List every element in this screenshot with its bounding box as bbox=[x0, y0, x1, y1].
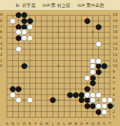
row-label-left-16: 16 bbox=[0, 30, 2, 34]
row-label-right-2: 2 bbox=[113, 110, 115, 114]
stone-white-E17[interactable]: ● bbox=[27, 24, 33, 30]
col-label-P: P bbox=[86, 122, 88, 126]
col-label-N: N bbox=[74, 122, 77, 126]
result-label: 白P 黑中盘胜 bbox=[77, 3, 104, 8]
row-label-right-11: 11 bbox=[113, 59, 118, 63]
stone-white-P8[interactable]: ● bbox=[84, 75, 90, 81]
row-label-right-4: 4 bbox=[113, 98, 115, 102]
col-label-K: K bbox=[57, 122, 60, 126]
stone-white-E4[interactable]: ● bbox=[27, 97, 33, 103]
row-label-right-5: 5 bbox=[113, 93, 115, 97]
stone-white-B18[interactable]: ● bbox=[10, 18, 16, 24]
stone-black-C6[interactable]: ● bbox=[15, 86, 21, 92]
stone-black-D10[interactable]: ● bbox=[21, 63, 27, 69]
col-label-G: G bbox=[40, 122, 43, 126]
stone-white-R14[interactable]: ● bbox=[96, 41, 102, 47]
stone-white-Q9[interactable]: ● bbox=[90, 69, 96, 75]
col-label-A: A bbox=[6, 122, 9, 126]
game-title-label: 白P·黑 对之星 bbox=[42, 3, 70, 8]
row-label-left-13: 13 bbox=[0, 47, 2, 51]
stone-white-C4[interactable]: ● bbox=[15, 97, 21, 103]
col-label-B: B bbox=[11, 122, 14, 126]
row-label-left-12: 12 bbox=[0, 53, 2, 57]
row-label-right-13: 13 bbox=[113, 47, 118, 51]
black-player-label: B: 棋手英 bbox=[16, 3, 36, 8]
row-label-left-14: 14 bbox=[0, 42, 2, 46]
stone-white-S2[interactable]: ● bbox=[101, 109, 107, 115]
row-label-right-7: 7 bbox=[113, 81, 115, 85]
row-label-right-16: 16 bbox=[113, 30, 118, 34]
go-board[interactable]: ●●●●●●●●●●●●●●●●●●●●●●●●●●●●●●●●●●●●●●●●… bbox=[0, 0, 120, 126]
col-label-M: M bbox=[68, 122, 71, 126]
stone-white-C13[interactable]: ● bbox=[15, 46, 21, 52]
col-label-T: T bbox=[109, 122, 111, 126]
col-label-S: S bbox=[103, 122, 105, 126]
row-label-left-10: 10 bbox=[0, 64, 2, 68]
stone-white-E15[interactable]: ● bbox=[27, 35, 33, 41]
row-label-right-12: 12 bbox=[113, 53, 118, 57]
game-info-bar: B: 棋手英 白P·黑 对之星 白P 黑中盘胜 bbox=[0, 0, 120, 11]
col-label-H: H bbox=[46, 122, 49, 126]
col-label-Q: Q bbox=[91, 122, 94, 126]
row-label-left-11: 11 bbox=[0, 59, 2, 63]
col-label-E: E bbox=[29, 122, 31, 126]
row-label-right-15: 15 bbox=[113, 36, 118, 40]
row-label-left-15: 15 bbox=[0, 36, 2, 40]
stone-black-R9[interactable]: ● bbox=[96, 69, 102, 75]
go-app-window: ●●●●●●●●●●●●●●●●●●●●●●●●●●●●●●●●●●●●●●●●… bbox=[0, 0, 120, 126]
row-label-right-14: 14 bbox=[113, 42, 118, 46]
row-label-right-9: 9 bbox=[113, 70, 115, 74]
col-label-F: F bbox=[35, 122, 37, 126]
row-label-right-18: 18 bbox=[113, 19, 118, 23]
col-label-J: J bbox=[52, 122, 53, 126]
stone-black-S10[interactable]: ● bbox=[101, 63, 107, 69]
row-label-right-10: 10 bbox=[113, 64, 118, 68]
stone-black-P18[interactable]: ● bbox=[84, 18, 90, 24]
row-label-right-3: 3 bbox=[113, 104, 115, 108]
row-label-right-17: 17 bbox=[113, 25, 118, 29]
col-label-O: O bbox=[80, 122, 83, 126]
col-label-R: R bbox=[97, 122, 100, 126]
row-label-left-17: 17 bbox=[0, 25, 2, 29]
col-label-C: C bbox=[17, 122, 20, 126]
row-label-left-18: 18 bbox=[0, 19, 2, 23]
stone-black-J4[interactable]: ● bbox=[50, 97, 56, 103]
stone-white-R11[interactable]: ● bbox=[96, 58, 102, 64]
stone-black-Q7[interactable]: ● bbox=[90, 80, 96, 86]
row-label-right-1: 1 bbox=[113, 115, 115, 119]
col-label-D: D bbox=[23, 122, 26, 126]
row-label-right-6: 6 bbox=[113, 87, 115, 91]
col-label-L: L bbox=[63, 122, 65, 126]
row-label-right-19: 19 bbox=[113, 13, 118, 17]
row-label-left-19: 19 bbox=[0, 13, 2, 17]
stone-black-R17[interactable]: ● bbox=[96, 24, 102, 30]
row-label-right-8: 8 bbox=[113, 76, 115, 80]
